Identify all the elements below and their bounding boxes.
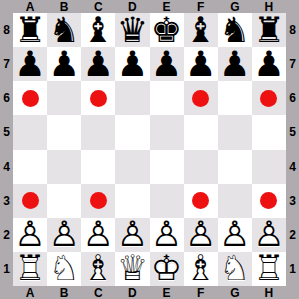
rank-label-3: 3 [286,184,299,218]
white-bishop-piece[interactable]: ♝♗ [81,252,115,286]
rank-label-5: 5 [0,115,13,149]
white-pawn-piece[interactable]: ♟♙ [115,218,149,252]
move-hint-dot [192,90,209,107]
square-e5[interactable] [150,115,184,149]
square-a8[interactable]: ♜ [13,13,47,47]
piece-outline: ♙ [185,217,216,252]
square-a7[interactable]: ♟ [13,47,47,81]
square-f4[interactable] [184,150,218,184]
square-c1[interactable]: ♝♗ [81,252,115,286]
square-d8[interactable]: ♛ [115,13,149,47]
rank-label-8: 8 [286,13,299,47]
square-f8[interactable]: ♝ [184,13,218,47]
square-a6[interactable] [13,81,47,115]
piece-outline: ♙ [14,217,45,252]
piece-outline: ♖ [14,251,45,286]
square-h3[interactable] [252,184,286,218]
black-knight-piece[interactable]: ♞ [47,13,81,47]
square-b4[interactable] [47,150,81,184]
square-b5[interactable] [47,115,81,149]
square-e6[interactable] [150,81,184,115]
piece-outline: ♘ [219,251,250,286]
rank-label-6: 6 [286,81,299,115]
move-hint-dot [90,192,107,209]
move-hint-dot [260,192,277,209]
square-f7[interactable]: ♟ [184,47,218,81]
piece-outline: ♙ [48,217,79,252]
rank-label-3: 3 [0,184,13,218]
rank-labels-left: 87654321 [0,13,13,286]
chess-board: ♜♞♝♛♚♝♞♜♟♟♟♟♟♟♟♟♟♙♟♙♟♙♟♙♟♙♟♙♟♙♟♙♜♖♞♘♝♗♛♕… [13,13,286,286]
rank-label-1: 1 [286,252,299,286]
move-hint-dot [260,90,277,107]
black-pawn-piece[interactable]: ♟ [252,47,286,81]
square-a1[interactable]: ♜♖ [13,252,47,286]
black-pawn-piece[interactable]: ♟ [218,47,252,81]
white-queen-piece[interactable]: ♛♕ [115,252,149,286]
square-e4[interactable] [150,150,184,184]
square-h8[interactable]: ♜ [252,13,286,47]
white-rook-piece[interactable]: ♜♖ [252,252,286,286]
square-h6[interactable] [252,81,286,115]
black-pawn-piece[interactable]: ♟ [81,47,115,81]
black-bishop-piece[interactable]: ♝ [184,13,218,47]
square-e3[interactable] [150,184,184,218]
white-knight-piece[interactable]: ♞♘ [218,252,252,286]
square-f6[interactable] [184,81,218,115]
white-rook-piece[interactable]: ♜♖ [13,252,47,286]
rank-label-7: 7 [0,47,13,81]
white-pawn-piece[interactable]: ♟♙ [47,218,81,252]
square-g1[interactable]: ♞♘ [218,252,252,286]
white-bishop-piece[interactable]: ♝♗ [184,252,218,286]
black-queen-piece[interactable]: ♛ [115,13,149,47]
rank-labels-right: 87654321 [286,13,299,286]
square-b2[interactable]: ♟♙ [47,218,81,252]
piece-outline: ♔ [151,251,182,286]
square-h4[interactable] [252,150,286,184]
square-a4[interactable] [13,150,47,184]
black-pawn-piece[interactable]: ♟ [184,47,218,81]
black-rook-piece[interactable]: ♜ [252,13,286,47]
rank-label-6: 6 [0,81,13,115]
move-hint-dot [22,90,39,107]
square-d1[interactable]: ♛♕ [115,252,149,286]
move-hint-dot [90,90,107,107]
square-h5[interactable] [252,115,286,149]
white-pawn-piece[interactable]: ♟♙ [81,218,115,252]
square-f3[interactable] [184,184,218,218]
square-c2[interactable]: ♟♙ [81,218,115,252]
white-pawn-piece[interactable]: ♟♙ [150,218,184,252]
square-h1[interactable]: ♜♖ [252,252,286,286]
square-g4[interactable] [218,150,252,184]
square-c4[interactable] [81,150,115,184]
black-pawn-piece[interactable]: ♟ [150,47,184,81]
square-d4[interactable] [115,150,149,184]
white-pawn-piece[interactable]: ♟♙ [252,218,286,252]
square-b1[interactable]: ♞♘ [47,252,81,286]
square-c7[interactable]: ♟ [81,47,115,81]
piece-outline: ♖ [253,251,284,286]
move-hint-dot [22,192,39,209]
black-rook-piece[interactable]: ♜ [13,13,47,47]
piece-outline: ♗ [83,251,114,286]
square-g5[interactable] [218,115,252,149]
white-pawn-piece[interactable]: ♟♙ [218,218,252,252]
square-e7[interactable]: ♟ [150,47,184,81]
square-h2[interactable]: ♟♙ [252,218,286,252]
square-b3[interactable] [47,184,81,218]
rank-label-2: 2 [286,218,299,252]
square-g8[interactable]: ♞ [218,13,252,47]
rank-label-8: 8 [0,13,13,47]
square-b7[interactable]: ♟ [47,47,81,81]
square-c8[interactable]: ♝ [81,13,115,47]
square-e8[interactable]: ♚ [150,13,184,47]
square-f5[interactable] [184,115,218,149]
piece-outline: ♙ [117,217,148,252]
square-g6[interactable] [218,81,252,115]
square-a2[interactable]: ♟♙ [13,218,47,252]
piece-outline: ♗ [185,251,216,286]
square-g7[interactable]: ♟ [218,47,252,81]
black-bishop-piece[interactable]: ♝ [81,13,115,47]
white-knight-piece[interactable]: ♞♘ [47,252,81,286]
piece-outline: ♘ [48,251,79,286]
white-pawn-piece[interactable]: ♟♙ [13,218,47,252]
square-e2[interactable]: ♟♙ [150,218,184,252]
rank-label-7: 7 [286,47,299,81]
piece-outline: ♙ [151,217,182,252]
square-c5[interactable] [81,115,115,149]
square-g2[interactable]: ♟♙ [218,218,252,252]
piece-outline: ♙ [253,217,284,252]
black-pawn-piece[interactable]: ♟ [47,47,81,81]
square-d2[interactable]: ♟♙ [115,218,149,252]
square-a5[interactable] [13,115,47,149]
rank-label-2: 2 [0,218,13,252]
square-a3[interactable] [13,184,47,218]
square-c6[interactable] [81,81,115,115]
board-frame: ABCDEFGH ABCDEFGH 87654321 87654321 ♜♞♝♛… [0,0,299,299]
rank-label-4: 4 [286,150,299,184]
square-b8[interactable]: ♞ [47,13,81,47]
square-d5[interactable] [115,115,149,149]
rank-label-4: 4 [0,150,13,184]
square-d3[interactable] [115,184,149,218]
piece-outline: ♙ [83,217,114,252]
square-f1[interactable]: ♝♗ [184,252,218,286]
rank-label-1: 1 [0,252,13,286]
square-d6[interactable] [115,81,149,115]
black-pawn-piece[interactable]: ♟ [13,47,47,81]
square-d7[interactable]: ♟ [115,47,149,81]
rank-label-5: 5 [286,115,299,149]
move-hint-dot [192,192,209,209]
square-g3[interactable] [218,184,252,218]
square-c3[interactable] [81,184,115,218]
black-knight-piece[interactable]: ♞ [218,13,252,47]
square-b6[interactable] [47,81,81,115]
white-king-piece[interactable]: ♚♔ [150,252,184,286]
piece-outline: ♕ [117,251,148,286]
black-pawn-piece[interactable]: ♟ [115,47,149,81]
black-king-piece[interactable]: ♚ [150,13,184,47]
piece-outline: ♙ [219,217,250,252]
white-pawn-piece[interactable]: ♟♙ [184,218,218,252]
square-h7[interactable]: ♟ [252,47,286,81]
square-e1[interactable]: ♚♔ [150,252,184,286]
square-f2[interactable]: ♟♙ [184,218,218,252]
